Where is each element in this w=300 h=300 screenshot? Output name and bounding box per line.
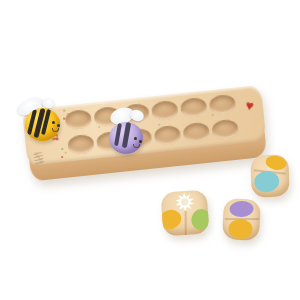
hole-front-4[interactable] — [153, 125, 181, 147]
game-scene: Start ♥ — [0, 0, 300, 300]
hole-front-1[interactable] — [67, 134, 95, 156]
heart-goal-icon: ♥ — [245, 99, 254, 113]
yellow-bee-body — [25, 108, 60, 141]
bee-stripe — [122, 122, 131, 148]
bee-eye — [134, 137, 137, 140]
bee-wing-icon — [129, 108, 146, 123]
hole-front-5[interactable] — [182, 122, 210, 144]
bee-eye — [52, 121, 55, 124]
die-body — [250, 154, 289, 197]
die-yellow-teal[interactable] — [250, 154, 289, 197]
purple-face — [229, 200, 254, 217]
die-sun-yellow-green[interactable] — [161, 189, 210, 236]
purple-bee-piece[interactable] — [104, 106, 150, 158]
hole-back-6[interactable] — [208, 94, 236, 116]
bee-eye — [139, 140, 142, 143]
yellow-face — [228, 218, 253, 239]
bee-stripe — [114, 123, 122, 146]
die-edge — [185, 211, 187, 235]
die-body — [161, 189, 210, 236]
die-body — [222, 198, 261, 241]
bee-eye — [57, 124, 60, 127]
hole-back-5[interactable] — [179, 97, 207, 119]
hole-front-6[interactable] — [211, 119, 239, 141]
trail-dot — [61, 148, 64, 151]
hole-back-1[interactable] — [64, 109, 92, 131]
hole-back-4[interactable] — [150, 100, 178, 122]
purple-bee-body — [109, 122, 143, 154]
sun-face-icon — [173, 191, 197, 213]
yellow-bee-piece[interactable] — [14, 95, 64, 147]
yellow-face — [264, 154, 287, 171]
trail-dot — [61, 156, 64, 159]
die-purple-yellow[interactable] — [222, 198, 261, 241]
